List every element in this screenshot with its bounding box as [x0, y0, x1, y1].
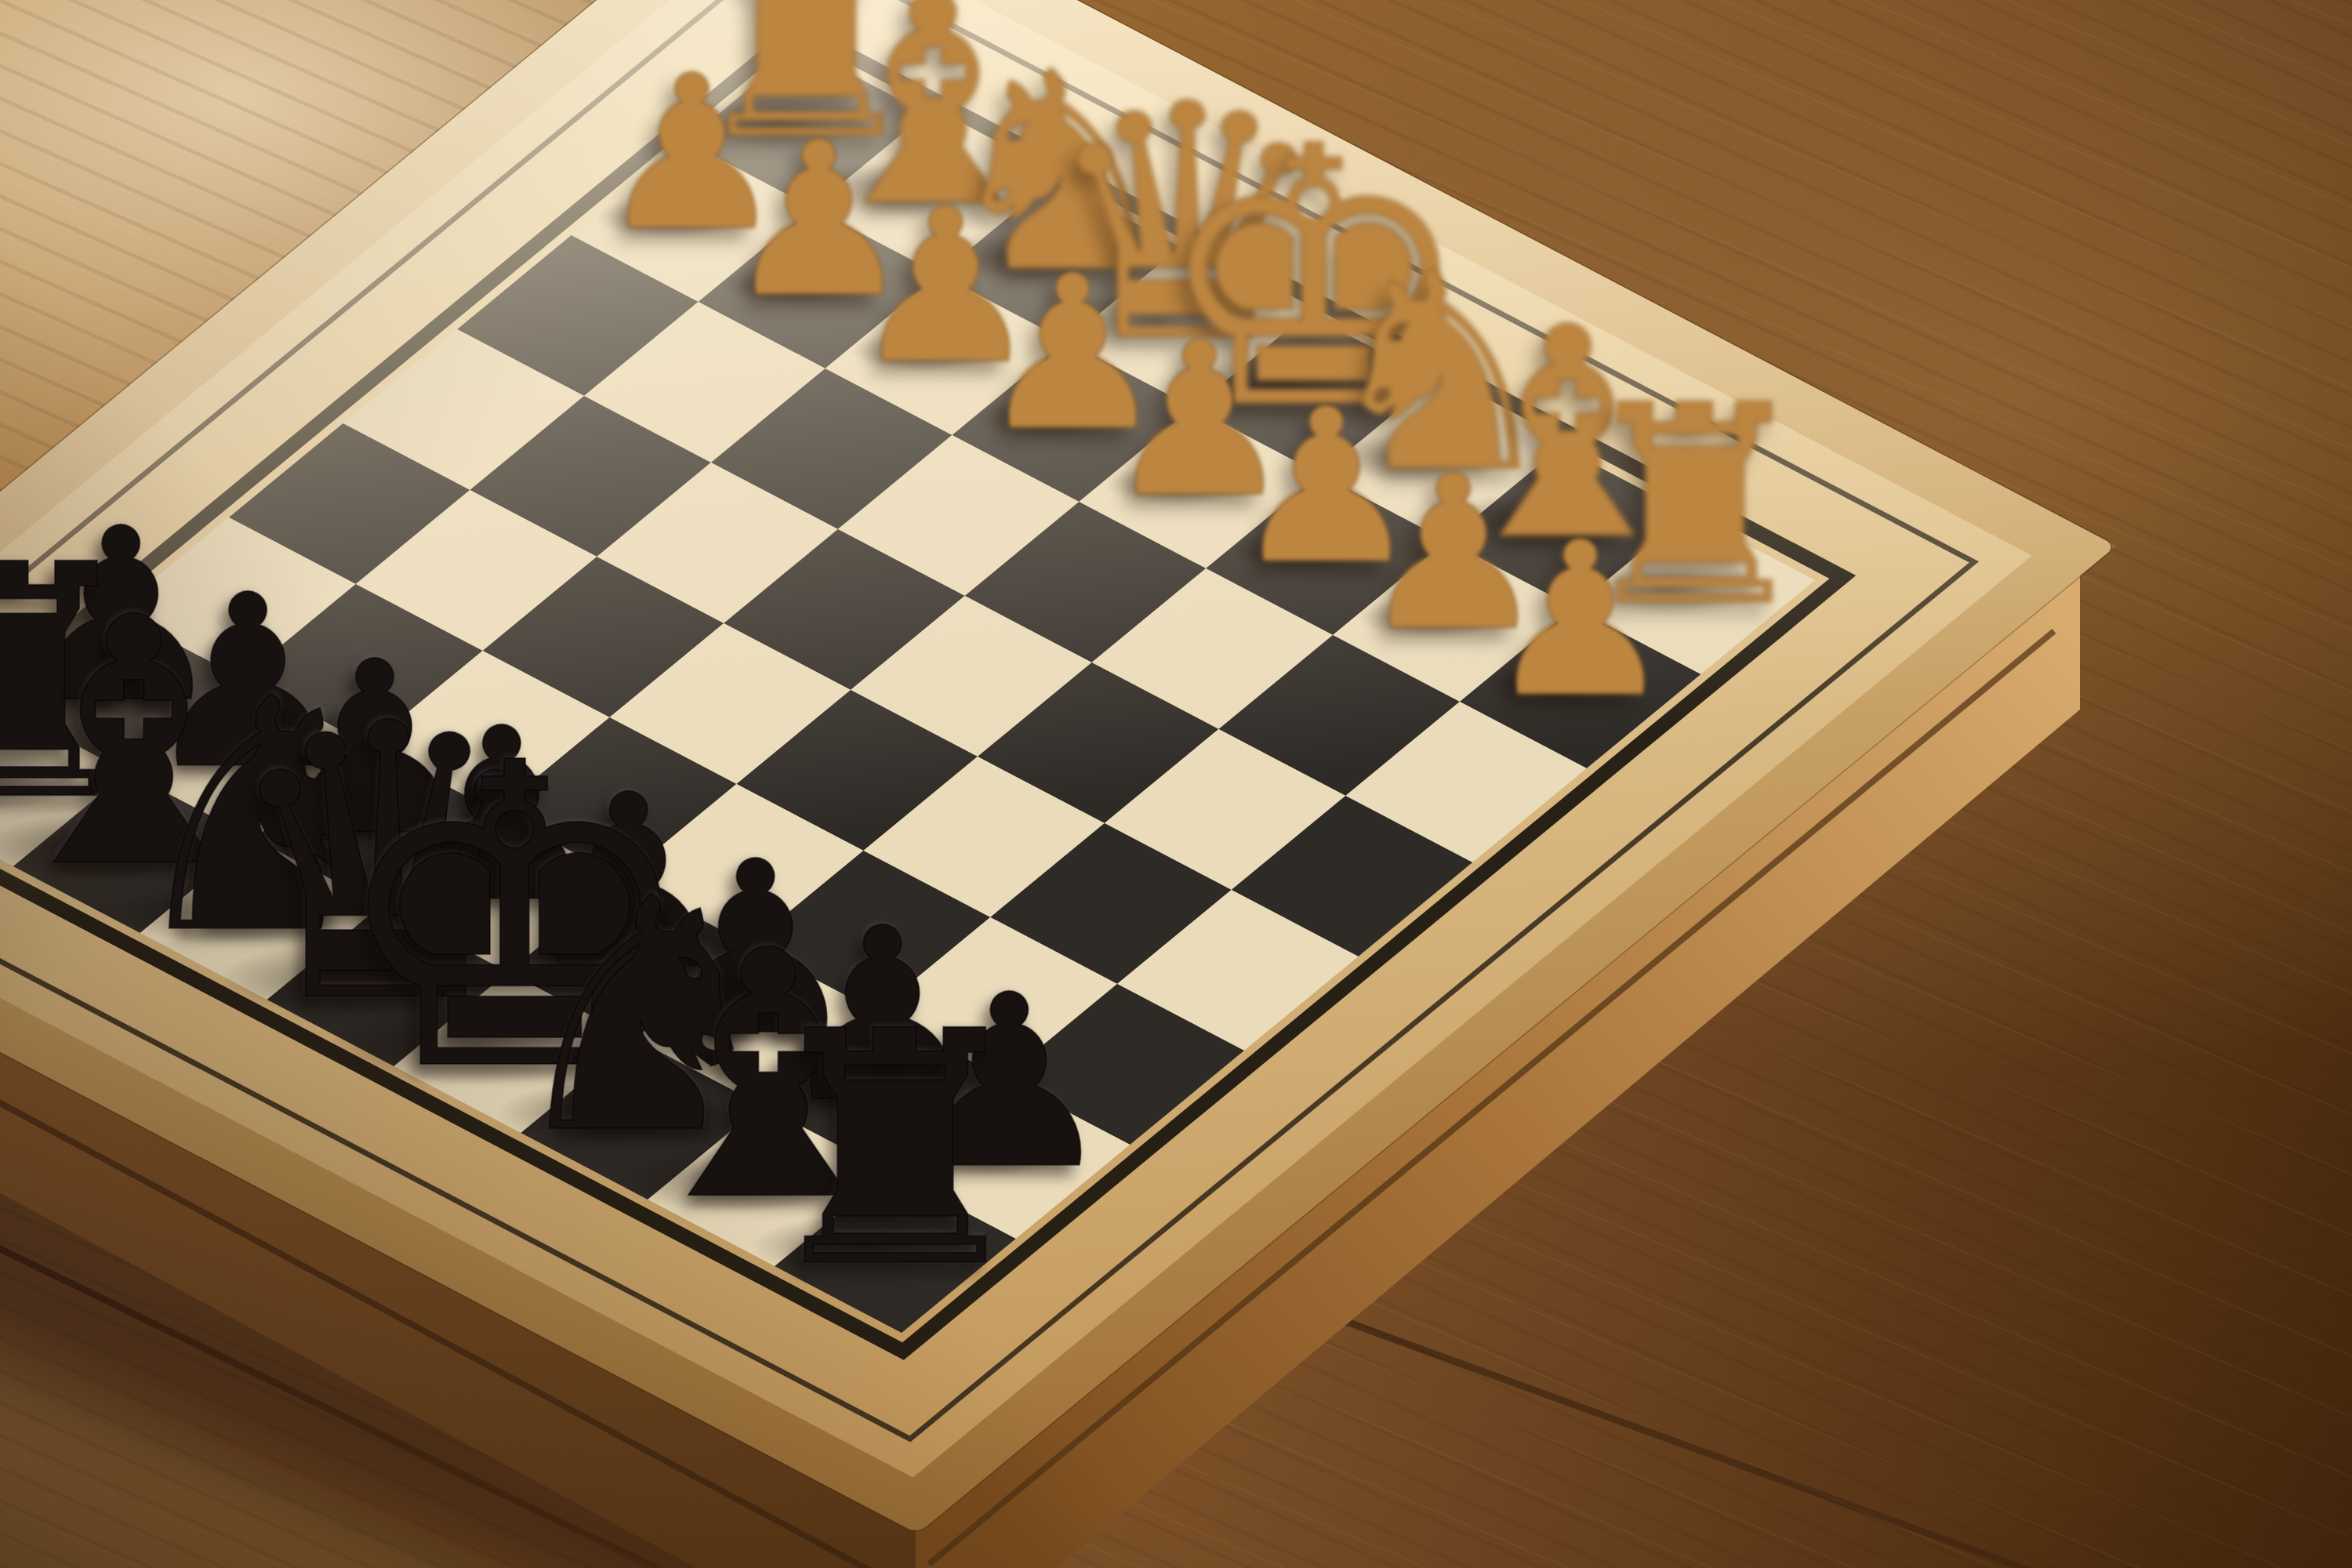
photo-chessboard-on-table: ♜♝♞♛♚♞♝♜♟♟♟♟♟♟♟♟♟♟♟♟♟♟♟♟♜♝♞♛♚♞♝♜	[0, 0, 2352, 1568]
